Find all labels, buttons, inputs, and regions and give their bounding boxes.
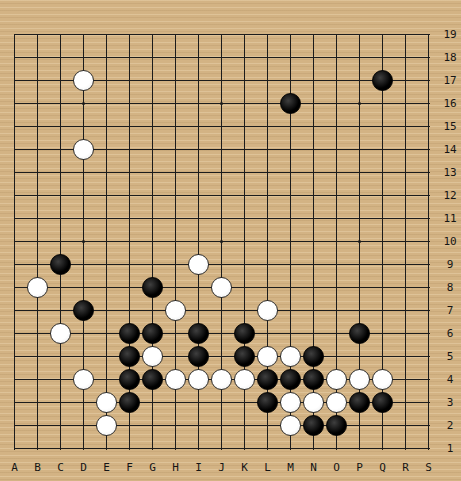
- column-label: K: [238, 461, 252, 475]
- column-label: Q: [376, 461, 390, 475]
- column-label: J: [215, 461, 229, 475]
- white-stone[interactable]: [73, 369, 94, 390]
- white-stone[interactable]: [165, 300, 186, 321]
- row-label: 6: [439, 327, 461, 341]
- white-stone[interactable]: [142, 346, 163, 367]
- column-label: N: [307, 461, 321, 475]
- white-stone[interactable]: [50, 323, 71, 344]
- white-stone[interactable]: [96, 415, 117, 436]
- row-label: 2: [439, 419, 461, 433]
- white-stone[interactable]: [96, 392, 117, 413]
- column-label: R: [399, 461, 413, 475]
- row-label: 8: [439, 281, 461, 295]
- white-stone[interactable]: [349, 369, 370, 390]
- white-stone[interactable]: [27, 277, 48, 298]
- white-stone[interactable]: [257, 346, 278, 367]
- black-stone[interactable]: [234, 346, 255, 367]
- white-stone[interactable]: [326, 392, 347, 413]
- white-stone[interactable]: [211, 277, 232, 298]
- black-stone[interactable]: [349, 323, 370, 344]
- white-stone[interactable]: [257, 300, 278, 321]
- black-stone[interactable]: [119, 346, 140, 367]
- white-stone[interactable]: [234, 369, 255, 390]
- white-stone[interactable]: [280, 346, 301, 367]
- go-diagram: ABCDEFGHIJKLMNOPQRS191817161514131211109…: [0, 0, 461, 481]
- black-stone[interactable]: [73, 300, 94, 321]
- column-label: M: [284, 461, 298, 475]
- column-label: G: [146, 461, 160, 475]
- white-stone[interactable]: [188, 369, 209, 390]
- row-label: 11: [439, 212, 461, 226]
- row-label: 3: [439, 396, 461, 410]
- row-label: 15: [439, 120, 461, 134]
- black-stone[interactable]: [119, 392, 140, 413]
- black-stone[interactable]: [142, 369, 163, 390]
- black-stone[interactable]: [257, 369, 278, 390]
- white-stone[interactable]: [188, 254, 209, 275]
- black-stone[interactable]: [234, 323, 255, 344]
- column-label: L: [261, 461, 275, 475]
- black-stone[interactable]: [50, 254, 71, 275]
- white-stone[interactable]: [280, 392, 301, 413]
- black-stone[interactable]: [349, 392, 370, 413]
- black-stone[interactable]: [142, 277, 163, 298]
- column-label: F: [123, 461, 137, 475]
- column-label: C: [54, 461, 68, 475]
- black-stone[interactable]: [119, 369, 140, 390]
- row-label: 7: [439, 304, 461, 318]
- row-label: 18: [439, 51, 461, 65]
- row-label: 17: [439, 74, 461, 88]
- black-stone[interactable]: [257, 392, 278, 413]
- white-stone[interactable]: [165, 369, 186, 390]
- black-stone[interactable]: [119, 323, 140, 344]
- black-stone[interactable]: [303, 346, 324, 367]
- row-label: 14: [439, 143, 461, 157]
- column-label: A: [8, 461, 22, 475]
- row-label: 12: [439, 189, 461, 203]
- black-stone[interactable]: [280, 93, 301, 114]
- column-label: O: [330, 461, 344, 475]
- black-stone[interactable]: [280, 369, 301, 390]
- row-label: 10: [439, 235, 461, 249]
- column-label: P: [353, 461, 367, 475]
- white-stone[interactable]: [73, 70, 94, 91]
- black-stone[interactable]: [188, 323, 209, 344]
- white-stone[interactable]: [303, 392, 324, 413]
- row-label: 4: [439, 373, 461, 387]
- black-stone[interactable]: [372, 392, 393, 413]
- white-stone[interactable]: [73, 139, 94, 160]
- row-label: 13: [439, 166, 461, 180]
- black-stone[interactable]: [303, 369, 324, 390]
- column-label: H: [169, 461, 183, 475]
- black-stone[interactable]: [142, 323, 163, 344]
- row-label: 5: [439, 350, 461, 364]
- column-label: S: [422, 461, 436, 475]
- column-label: D: [77, 461, 91, 475]
- row-label: 9: [439, 258, 461, 272]
- black-stone[interactable]: [188, 346, 209, 367]
- white-stone[interactable]: [211, 369, 232, 390]
- white-stone[interactable]: [280, 415, 301, 436]
- black-stone[interactable]: [326, 415, 347, 436]
- column-label: E: [100, 461, 114, 475]
- column-label: I: [192, 461, 206, 475]
- row-label: 1: [439, 442, 461, 456]
- row-label: 19: [439, 28, 461, 42]
- row-label: 16: [439, 97, 461, 111]
- black-stone[interactable]: [303, 415, 324, 436]
- go-board[interactable]: [3, 23, 440, 460]
- white-stone[interactable]: [326, 369, 347, 390]
- black-stone[interactable]: [372, 70, 393, 91]
- white-stone[interactable]: [372, 369, 393, 390]
- column-label: B: [31, 461, 45, 475]
